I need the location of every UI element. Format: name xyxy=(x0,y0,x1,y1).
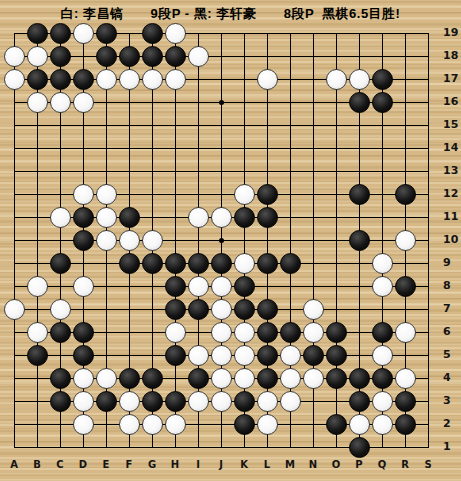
black-stone-P12[interactable] xyxy=(349,184,370,205)
row-label-16: 16 xyxy=(443,95,461,108)
black-stone-Q17[interactable] xyxy=(372,69,393,90)
column-label-L: L xyxy=(264,459,270,470)
white-stone-K9[interactable] xyxy=(234,253,255,274)
black-stone-M6[interactable] xyxy=(280,322,301,343)
column-label-H: H xyxy=(171,459,179,470)
black-stone-Q6[interactable] xyxy=(372,322,393,343)
column-label-F: F xyxy=(126,459,133,470)
white-stone-F2[interactable] xyxy=(119,414,140,435)
black-stone-R2[interactable] xyxy=(395,414,416,435)
row-label-14: 14 xyxy=(443,141,461,154)
black-stone-K2[interactable] xyxy=(234,414,255,435)
column-label-I: I xyxy=(196,459,200,470)
white-stone-N6[interactable] xyxy=(303,322,324,343)
black-stone-L11[interactable] xyxy=(257,207,278,228)
column-label-G: G xyxy=(148,459,156,470)
white-stone-D4[interactable] xyxy=(73,368,94,389)
white-stone-P17[interactable] xyxy=(349,69,370,90)
black-stone-H8[interactable] xyxy=(165,276,186,297)
white-stone-M3[interactable] xyxy=(280,391,301,412)
black-stone-F4[interactable] xyxy=(119,368,140,389)
black-stone-J9[interactable] xyxy=(211,253,232,274)
column-label-A: A xyxy=(10,459,18,470)
white-stone-J4[interactable] xyxy=(211,368,232,389)
black-stone-R12[interactable] xyxy=(395,184,416,205)
row-label-18: 18 xyxy=(443,49,461,62)
white-stone-D16[interactable] xyxy=(73,92,94,113)
black-stone-Q4[interactable] xyxy=(372,368,393,389)
black-stone-H18[interactable] xyxy=(165,46,186,67)
white-stone-C16[interactable] xyxy=(50,92,71,113)
white-stone-C11[interactable] xyxy=(50,207,71,228)
black-stone-D11[interactable] xyxy=(73,207,94,228)
white-stone-Q3[interactable] xyxy=(372,391,393,412)
black-stone-N5[interactable] xyxy=(303,345,324,366)
row-label-5: 5 xyxy=(443,348,461,361)
black-stone-F18[interactable] xyxy=(119,46,140,67)
row-label-8: 8 xyxy=(443,279,461,292)
black-stone-R8[interactable] xyxy=(395,276,416,297)
white-stone-B6[interactable] xyxy=(27,322,48,343)
white-stone-I8[interactable] xyxy=(188,276,209,297)
white-stone-I5[interactable] xyxy=(188,345,209,366)
row-label-7: 7 xyxy=(443,302,461,315)
column-label-N: N xyxy=(309,459,317,470)
white-stone-L2[interactable] xyxy=(257,414,278,435)
black-stone-I4[interactable] xyxy=(188,368,209,389)
column-label-M: M xyxy=(285,459,295,470)
white-stone-P2[interactable] xyxy=(349,414,370,435)
column-label-P: P xyxy=(355,459,362,470)
white-stone-L17[interactable] xyxy=(257,69,278,90)
white-stone-N4[interactable] xyxy=(303,368,324,389)
black-stone-K11[interactable] xyxy=(234,207,255,228)
go-game-screen: 白: 李昌镐 9段P - 黑: 李轩豪 8段P 黑棋6.5目胜! ABCDEFG… xyxy=(0,0,461,481)
black-stone-E3[interactable] xyxy=(96,391,117,412)
white-stone-K12[interactable] xyxy=(234,184,255,205)
row-label-19: 19 xyxy=(443,26,461,39)
white-stone-H6[interactable] xyxy=(165,322,186,343)
white-stone-E17[interactable] xyxy=(96,69,117,90)
column-label-Q: Q xyxy=(378,459,387,470)
white-stone-J5[interactable] xyxy=(211,345,232,366)
black-stone-B5[interactable] xyxy=(27,345,48,366)
black-stone-L7[interactable] xyxy=(257,299,278,320)
white-stone-R4[interactable] xyxy=(395,368,416,389)
white-stone-Q5[interactable] xyxy=(372,345,393,366)
white-stone-G17[interactable] xyxy=(142,69,163,90)
black-stone-Q16[interactable] xyxy=(372,92,393,113)
black-stone-M9[interactable] xyxy=(280,253,301,274)
white-stone-H2[interactable] xyxy=(165,414,186,435)
white-stone-J11[interactable] xyxy=(211,207,232,228)
row-label-12: 12 xyxy=(443,187,461,200)
column-label-C: C xyxy=(56,459,63,470)
black-stone-K7[interactable] xyxy=(234,299,255,320)
white-stone-R6[interactable] xyxy=(395,322,416,343)
black-stone-C6[interactable] xyxy=(50,322,71,343)
white-stone-L3[interactable] xyxy=(257,391,278,412)
star-point-J16 xyxy=(219,100,224,105)
white-stone-I3[interactable] xyxy=(188,391,209,412)
white-stone-N7[interactable] xyxy=(303,299,324,320)
white-stone-K6[interactable] xyxy=(234,322,255,343)
black-stone-C4[interactable] xyxy=(50,368,71,389)
column-label-S: S xyxy=(424,459,431,470)
black-stone-L5[interactable] xyxy=(257,345,278,366)
black-stone-E18[interactable] xyxy=(96,46,117,67)
white-stone-G2[interactable] xyxy=(142,414,163,435)
game-info-header: 白: 李昌镐 9段P - 黑: 李轩豪 8段P 黑棋6.5目胜! xyxy=(0,5,461,23)
black-stone-E19[interactable] xyxy=(96,23,117,44)
column-label-D: D xyxy=(79,459,87,470)
black-stone-H9[interactable] xyxy=(165,253,186,274)
black-stone-G4[interactable] xyxy=(142,368,163,389)
black-stone-P3[interactable] xyxy=(349,391,370,412)
black-stone-G3[interactable] xyxy=(142,391,163,412)
white-stone-B16[interactable] xyxy=(27,92,48,113)
black-stone-F9[interactable] xyxy=(119,253,140,274)
black-stone-L4[interactable] xyxy=(257,368,278,389)
row-label-10: 10 xyxy=(443,233,461,246)
column-label-O: O xyxy=(332,459,341,470)
black-stone-C3[interactable] xyxy=(50,391,71,412)
white-stone-E10[interactable] xyxy=(96,230,117,251)
black-stone-D10[interactable] xyxy=(73,230,94,251)
white-stone-A18[interactable] xyxy=(4,46,25,67)
white-stone-K4[interactable] xyxy=(234,368,255,389)
white-stone-R10[interactable] xyxy=(395,230,416,251)
black-stone-P16[interactable] xyxy=(349,92,370,113)
white-stone-F10[interactable] xyxy=(119,230,140,251)
row-label-9: 9 xyxy=(443,256,461,269)
black-stone-C17[interactable] xyxy=(50,69,71,90)
black-stone-C9[interactable] xyxy=(50,253,71,274)
row-label-4: 4 xyxy=(443,371,461,384)
column-label-R: R xyxy=(401,459,409,470)
black-stone-P4[interactable] xyxy=(349,368,370,389)
black-stone-K3[interactable] xyxy=(234,391,255,412)
white-stone-M5[interactable] xyxy=(280,345,301,366)
go-board[interactable] xyxy=(14,33,429,448)
black-stone-D5[interactable] xyxy=(73,345,94,366)
white-stone-I18[interactable] xyxy=(188,46,209,67)
white-stone-H17[interactable] xyxy=(165,69,186,90)
white-stone-Q8[interactable] xyxy=(372,276,393,297)
black-stone-P10[interactable] xyxy=(349,230,370,251)
white-stone-D12[interactable] xyxy=(73,184,94,205)
black-stone-L6[interactable] xyxy=(257,322,278,343)
black-stone-I7[interactable] xyxy=(188,299,209,320)
black-stone-H7[interactable] xyxy=(165,299,186,320)
black-stone-G9[interactable] xyxy=(142,253,163,274)
black-stone-H3[interactable] xyxy=(165,391,186,412)
column-label-K: K xyxy=(240,459,248,470)
row-label-17: 17 xyxy=(443,72,461,85)
black-stone-C18[interactable] xyxy=(50,46,71,67)
column-label-E: E xyxy=(103,459,110,470)
black-stone-D6[interactable] xyxy=(73,322,94,343)
row-label-2: 2 xyxy=(443,417,461,430)
white-stone-D3[interactable] xyxy=(73,391,94,412)
white-stone-F17[interactable] xyxy=(119,69,140,90)
row-label-15: 15 xyxy=(443,118,461,131)
black-stone-L9[interactable] xyxy=(257,253,278,274)
white-stone-E11[interactable] xyxy=(96,207,117,228)
white-stone-H19[interactable] xyxy=(165,23,186,44)
black-stone-B19[interactable] xyxy=(27,23,48,44)
white-stone-K5[interactable] xyxy=(234,345,255,366)
white-stone-D2[interactable] xyxy=(73,414,94,435)
black-stone-K8[interactable] xyxy=(234,276,255,297)
black-stone-O6[interactable] xyxy=(326,322,347,343)
black-stone-C19[interactable] xyxy=(50,23,71,44)
white-stone-C7[interactable] xyxy=(50,299,71,320)
row-label-3: 3 xyxy=(443,394,461,407)
black-stone-O2[interactable] xyxy=(326,414,347,435)
black-stone-I9[interactable] xyxy=(188,253,209,274)
white-stone-G10[interactable] xyxy=(142,230,163,251)
black-stone-H5[interactable] xyxy=(165,345,186,366)
black-stone-R3[interactable] xyxy=(395,391,416,412)
column-label-B: B xyxy=(33,459,41,470)
white-stone-F3[interactable] xyxy=(119,391,140,412)
white-stone-E12[interactable] xyxy=(96,184,117,205)
white-stone-D8[interactable] xyxy=(73,276,94,297)
white-stone-J3[interactable] xyxy=(211,391,232,412)
white-stone-J6[interactable] xyxy=(211,322,232,343)
white-stone-J8[interactable] xyxy=(211,276,232,297)
white-stone-B18[interactable] xyxy=(27,46,48,67)
black-stone-O5[interactable] xyxy=(326,345,347,366)
black-stone-L12[interactable] xyxy=(257,184,278,205)
black-stone-F11[interactable] xyxy=(119,207,140,228)
white-stone-M4[interactable] xyxy=(280,368,301,389)
row-label-6: 6 xyxy=(443,325,461,338)
black-stone-D17[interactable] xyxy=(73,69,94,90)
white-stone-J7[interactable] xyxy=(211,299,232,320)
black-stone-P1[interactable] xyxy=(349,437,370,458)
white-stone-O17[interactable] xyxy=(326,69,347,90)
white-stone-Q9[interactable] xyxy=(372,253,393,274)
white-stone-A17[interactable] xyxy=(4,69,25,90)
white-stone-D19[interactable] xyxy=(73,23,94,44)
white-stone-Q2[interactable] xyxy=(372,414,393,435)
white-stone-A7[interactable] xyxy=(4,299,25,320)
star-point-J10 xyxy=(219,238,224,243)
black-stone-G18[interactable] xyxy=(142,46,163,67)
column-label-J: J xyxy=(219,459,223,470)
black-stone-O4[interactable] xyxy=(326,368,347,389)
white-stone-B8[interactable] xyxy=(27,276,48,297)
row-label-13: 13 xyxy=(443,164,461,177)
row-label-11: 11 xyxy=(443,210,461,223)
white-stone-I11[interactable] xyxy=(188,207,209,228)
black-stone-G19[interactable] xyxy=(142,23,163,44)
row-label-1: 1 xyxy=(443,440,461,453)
black-stone-B17[interactable] xyxy=(27,69,48,90)
white-stone-E4[interactable] xyxy=(96,368,117,389)
